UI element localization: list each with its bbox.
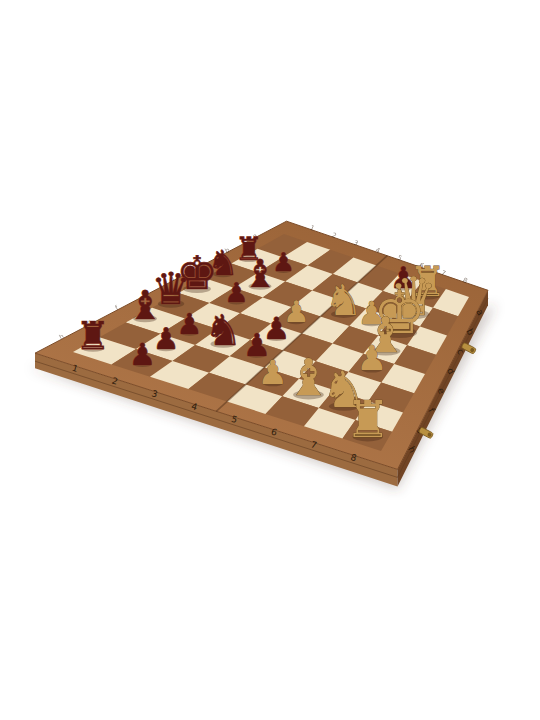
black-pawn-h2[interactable]: ♟ [129,337,156,372]
black-pawn-f2[interactable]: ♟ [177,307,203,341]
white-pawn-g5[interactable]: ♟ [258,353,288,392]
file-label-far-f: f [114,304,121,312]
black-rook-h1[interactable]: ♜ [76,313,111,358]
black-knight-f3[interactable]: ♞ [204,306,242,355]
chess-board-scene: Angled product photo of a folding wooden… [0,0,540,720]
chess-set-photo: Angled product photo of a folding wooden… [0,0,540,720]
black-pawn-g2[interactable]: ♟ [153,321,180,356]
black-pawn-d2[interactable]: ♟ [224,277,248,308]
white-rook-h8[interactable]: ♜ [345,390,390,449]
